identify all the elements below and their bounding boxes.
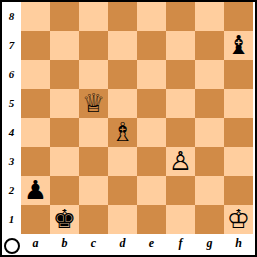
square-e8[interactable] — [137, 2, 166, 31]
square-c2[interactable] — [79, 176, 108, 205]
rank-label-1: 1 — [2, 205, 21, 234]
white-pawn[interactable]: ♙ — [166, 147, 195, 176]
rank-label-6: 6 — [2, 60, 21, 89]
square-g6[interactable] — [195, 60, 224, 89]
square-f8[interactable] — [166, 2, 195, 31]
file-label-c: c — [79, 234, 108, 255]
black-bishop[interactable]: ♝ — [224, 31, 253, 60]
square-d8[interactable] — [108, 2, 137, 31]
square-f6[interactable] — [166, 60, 195, 89]
rank-label-8: 8 — [2, 2, 21, 31]
square-f3[interactable]: ♙ — [166, 147, 195, 176]
square-h3[interactable] — [224, 147, 253, 176]
square-e1[interactable] — [137, 205, 166, 234]
square-d4[interactable]: ♗ — [108, 118, 137, 147]
square-d2[interactable] — [108, 176, 137, 205]
square-b5[interactable] — [50, 89, 79, 118]
chess-board[interactable]: ♝♕♗♙♟♚♔ — [21, 2, 253, 234]
rank-label-5: 5 — [2, 89, 21, 118]
rank-labels: 87654321 — [2, 2, 21, 234]
square-a1[interactable] — [21, 205, 50, 234]
square-e4[interactable] — [137, 118, 166, 147]
file-label-a: a — [21, 234, 50, 255]
white-queen[interactable]: ♕ — [79, 89, 108, 118]
file-labels: abcdefgh — [21, 234, 253, 255]
square-c1[interactable] — [79, 205, 108, 234]
white-king[interactable]: ♔ — [224, 205, 253, 234]
square-h4[interactable] — [224, 118, 253, 147]
square-e2[interactable] — [137, 176, 166, 205]
square-b7[interactable] — [50, 31, 79, 60]
square-g5[interactable] — [195, 89, 224, 118]
square-d6[interactable] — [108, 60, 137, 89]
square-a4[interactable] — [21, 118, 50, 147]
square-h6[interactable] — [224, 60, 253, 89]
square-h2[interactable] — [224, 176, 253, 205]
square-a2[interactable]: ♟ — [21, 176, 50, 205]
white-to-move-indicator — [4, 238, 20, 254]
square-f4[interactable] — [166, 118, 195, 147]
square-a7[interactable] — [21, 31, 50, 60]
square-d7[interactable] — [108, 31, 137, 60]
square-e7[interactable] — [137, 31, 166, 60]
square-b3[interactable] — [50, 147, 79, 176]
black-pawn[interactable]: ♟ — [21, 176, 50, 205]
square-h5[interactable] — [224, 89, 253, 118]
rank-label-7: 7 — [2, 31, 21, 60]
square-a8[interactable] — [21, 2, 50, 31]
square-c4[interactable] — [79, 118, 108, 147]
white-bishop[interactable]: ♗ — [108, 118, 137, 147]
square-b4[interactable] — [50, 118, 79, 147]
square-h8[interactable] — [224, 2, 253, 31]
square-b1[interactable]: ♚ — [50, 205, 79, 234]
file-label-b: b — [50, 234, 79, 255]
square-c6[interactable] — [79, 60, 108, 89]
file-label-g: g — [195, 234, 224, 255]
square-b2[interactable] — [50, 176, 79, 205]
square-a5[interactable] — [21, 89, 50, 118]
square-d1[interactable] — [108, 205, 137, 234]
square-a6[interactable] — [21, 60, 50, 89]
square-h1[interactable]: ♔ — [224, 205, 253, 234]
square-g1[interactable] — [195, 205, 224, 234]
square-h7[interactable]: ♝ — [224, 31, 253, 60]
square-c3[interactable] — [79, 147, 108, 176]
square-b8[interactable] — [50, 2, 79, 31]
square-e5[interactable] — [137, 89, 166, 118]
square-f5[interactable] — [166, 89, 195, 118]
square-f1[interactable] — [166, 205, 195, 234]
square-g3[interactable] — [195, 147, 224, 176]
square-g2[interactable] — [195, 176, 224, 205]
square-g4[interactable] — [195, 118, 224, 147]
square-f7[interactable] — [166, 31, 195, 60]
square-g8[interactable] — [195, 2, 224, 31]
square-b6[interactable] — [50, 60, 79, 89]
square-c7[interactable] — [79, 31, 108, 60]
square-e6[interactable] — [137, 60, 166, 89]
black-king[interactable]: ♚ — [50, 205, 79, 234]
square-d5[interactable] — [108, 89, 137, 118]
file-label-h: h — [224, 234, 253, 255]
square-c5[interactable]: ♕ — [79, 89, 108, 118]
square-f2[interactable] — [166, 176, 195, 205]
rank-label-3: 3 — [2, 147, 21, 176]
file-label-f: f — [166, 234, 195, 255]
file-label-d: d — [108, 234, 137, 255]
file-label-e: e — [137, 234, 166, 255]
rank-label-2: 2 — [2, 176, 21, 205]
square-g7[interactable] — [195, 31, 224, 60]
chess-diagram: 87654321 ♝♕♗♙♟♚♔ abcdefgh — [0, 0, 257, 257]
square-a3[interactable] — [21, 147, 50, 176]
square-d3[interactable] — [108, 147, 137, 176]
rank-label-4: 4 — [2, 118, 21, 147]
square-e3[interactable] — [137, 147, 166, 176]
square-c8[interactable] — [79, 2, 108, 31]
